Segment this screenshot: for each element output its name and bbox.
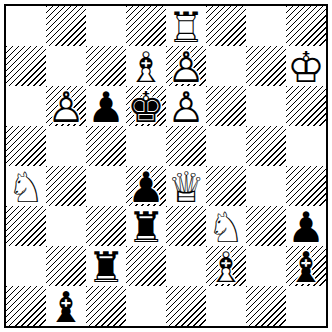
black-pawn-piece: ♟♟ [86,86,126,126]
square-e7[interactable]: ♟♙ [166,46,206,86]
square-h2[interactable]: ♝♝ [286,246,326,286]
square-h3[interactable]: ♟♟ [286,206,326,246]
white-king-piece: ♚♔ [286,46,326,86]
square-h4[interactable] [286,166,326,206]
white-knight-piece: ♞♘ [206,206,246,246]
square-g7[interactable] [246,46,286,86]
piece-glyph: ♙ [166,46,206,86]
square-f7[interactable] [206,46,246,86]
square-c7[interactable] [86,46,126,86]
square-a4[interactable]: ♞♘ [6,166,46,206]
piece-glyph: ♙ [166,86,206,126]
square-c3[interactable] [86,206,126,246]
black-pawn-piece: ♟♟ [286,206,326,246]
square-b8[interactable] [46,6,86,46]
piece-glyph: ♟ [126,166,166,206]
square-f4[interactable] [206,166,246,206]
square-b6[interactable]: ♟♙ [46,86,86,126]
square-f6[interactable] [206,86,246,126]
piece-glyph: ♔ [286,46,326,86]
piece-glyph: ♘ [206,206,246,246]
black-bishop-piece: ♝♝ [46,286,86,326]
square-d6[interactable]: ♚♚ [126,86,166,126]
piece-glyph: ♗ [206,246,246,286]
square-g4[interactable] [246,166,286,206]
white-queen-piece: ♛♕ [166,166,206,206]
square-f3[interactable]: ♞♘ [206,206,246,246]
square-b3[interactable] [46,206,86,246]
piece-glyph: ♕ [166,166,206,206]
square-g6[interactable] [246,86,286,126]
square-a1[interactable] [6,286,46,326]
white-bishop-piece: ♝♗ [126,46,166,86]
white-rook-piece: ♜♖ [166,6,206,46]
square-b1[interactable]: ♝♝ [46,286,86,326]
square-d7[interactable]: ♝♗ [126,46,166,86]
square-d2[interactable] [126,246,166,286]
square-b5[interactable] [46,126,86,166]
black-bishop-piece: ♝♝ [286,246,326,286]
square-h8[interactable] [286,6,326,46]
square-a3[interactable] [6,206,46,246]
piece-glyph: ♟ [286,206,326,246]
square-g5[interactable] [246,126,286,166]
square-a8[interactable] [6,6,46,46]
square-f1[interactable] [206,286,246,326]
piece-glyph: ♜ [126,206,166,246]
square-b4[interactable] [46,166,86,206]
square-c5[interactable] [86,126,126,166]
piece-glyph: ♟ [86,86,126,126]
square-e8[interactable]: ♜♖ [166,6,206,46]
square-g8[interactable] [246,6,286,46]
square-d8[interactable] [126,6,166,46]
piece-glyph: ♗ [126,46,166,86]
square-a6[interactable] [6,86,46,126]
square-d3[interactable]: ♜♜ [126,206,166,246]
square-e6[interactable]: ♟♙ [166,86,206,126]
square-a5[interactable] [6,126,46,166]
square-f5[interactable] [206,126,246,166]
white-bishop-piece: ♝♗ [206,246,246,286]
piece-glyph: ♙ [46,86,86,126]
black-king-piece: ♚♚ [126,86,166,126]
piece-glyph: ♚ [126,86,166,126]
square-g1[interactable] [246,286,286,326]
square-g2[interactable] [246,246,286,286]
square-b2[interactable] [46,246,86,286]
square-d4[interactable]: ♟♟ [126,166,166,206]
piece-glyph: ♝ [286,246,326,286]
white-pawn-piece: ♟♙ [46,86,86,126]
square-e3[interactable] [166,206,206,246]
square-g3[interactable] [246,206,286,246]
square-b7[interactable] [46,46,86,86]
piece-glyph: ♖ [166,6,206,46]
square-c2[interactable]: ♜♜ [86,246,126,286]
black-rook-piece: ♜♜ [126,206,166,246]
square-c6[interactable]: ♟♟ [86,86,126,126]
white-pawn-piece: ♟♙ [166,46,206,86]
square-f8[interactable] [206,6,246,46]
square-a7[interactable] [6,46,46,86]
square-e4[interactable]: ♛♕ [166,166,206,206]
piece-glyph: ♘ [6,166,46,206]
square-h5[interactable] [286,126,326,166]
square-e2[interactable] [166,246,206,286]
square-h7[interactable]: ♚♔ [286,46,326,86]
square-h1[interactable] [286,286,326,326]
square-e5[interactable] [166,126,206,166]
square-f2[interactable]: ♝♗ [206,246,246,286]
black-rook-piece: ♜♜ [86,246,126,286]
piece-glyph: ♝ [46,286,86,326]
square-c1[interactable] [86,286,126,326]
square-d1[interactable] [126,286,166,326]
piece-glyph: ♜ [86,246,126,286]
black-pawn-piece: ♟♟ [126,166,166,206]
square-a2[interactable] [6,246,46,286]
chess-diagram-frame: ♜♖♝♗♟♙♚♔♟♙♟♟♚♚♟♙♞♘♟♟♛♕♜♜♞♘♟♟♜♜♝♗♝♝♝♝ [4,4,328,328]
square-h6[interactable] [286,86,326,126]
white-knight-piece: ♞♘ [6,166,46,206]
white-pawn-piece: ♟♙ [166,86,206,126]
square-e1[interactable] [166,286,206,326]
square-d5[interactable] [126,126,166,166]
chess-board: ♜♖♝♗♟♙♚♔♟♙♟♟♚♚♟♙♞♘♟♟♛♕♜♜♞♘♟♟♜♜♝♗♝♝♝♝ [6,6,326,326]
square-c4[interactable] [86,166,126,206]
square-c8[interactable] [86,6,126,46]
